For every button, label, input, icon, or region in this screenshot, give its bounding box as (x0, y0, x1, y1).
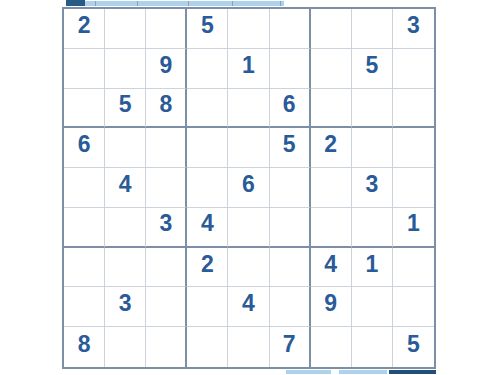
partial-row-below-light-segment (286, 370, 331, 374)
cell-r4c7[interactable]: 2 (311, 128, 352, 168)
cell-r8c5[interactable]: 4 (228, 287, 269, 327)
cell-r4c2[interactable] (105, 128, 146, 168)
cell-r7c7[interactable]: 4 (311, 248, 352, 288)
partial-row-below-dark-segment (389, 370, 436, 374)
cell-r6c1[interactable] (64, 208, 105, 248)
cell-r9c4[interactable] (187, 327, 228, 367)
cell-r5c6[interactable] (270, 168, 311, 208)
cell-r2c6[interactable] (270, 49, 311, 89)
partial-row-above-dark-segment (66, 0, 85, 6)
cell-r5c3[interactable] (146, 168, 187, 208)
cell-r6c5[interactable] (228, 208, 269, 248)
cell-r1c2[interactable] (105, 9, 146, 49)
cell-r8c3[interactable] (146, 287, 187, 327)
cell-r3c4[interactable] (187, 89, 228, 129)
cell-r8c7[interactable]: 9 (311, 287, 352, 327)
cell-r2c8[interactable]: 5 (352, 49, 393, 89)
cell-r2c1[interactable] (64, 49, 105, 89)
cell-r4c9[interactable] (393, 128, 434, 168)
cell-r1c8[interactable] (352, 9, 393, 49)
cell-r8c1[interactable] (64, 287, 105, 327)
cell-r4c5[interactable] (228, 128, 269, 168)
partial-cell-separator (137, 1, 138, 6)
cell-r2c4[interactable] (187, 49, 228, 89)
cell-r3c7[interactable] (311, 89, 352, 129)
cell-r6c9[interactable]: 1 (393, 208, 434, 248)
cell-r7c9[interactable] (393, 248, 434, 288)
cell-r1c1[interactable]: 2 (64, 9, 105, 49)
cell-r7c1[interactable] (64, 248, 105, 288)
cell-r1c7[interactable] (311, 9, 352, 49)
cell-r5c2[interactable]: 4 (105, 168, 146, 208)
cell-r3c6[interactable]: 6 (270, 89, 311, 129)
cell-r9c2[interactable] (105, 327, 146, 367)
cell-r4c3[interactable] (146, 128, 187, 168)
partial-row-below-light-segment (339, 370, 387, 374)
cell-r1c3[interactable] (146, 9, 187, 49)
cell-r2c7[interactable] (311, 49, 352, 89)
cell-r5c4[interactable] (187, 168, 228, 208)
cell-r2c3[interactable]: 9 (146, 49, 187, 89)
cell-r4c6[interactable]: 5 (270, 128, 311, 168)
cell-r8c6[interactable] (270, 287, 311, 327)
cell-r9c5[interactable] (228, 327, 269, 367)
cell-r8c2[interactable]: 3 (105, 287, 146, 327)
cell-r5c9[interactable] (393, 168, 434, 208)
cell-r6c2[interactable] (105, 208, 146, 248)
cell-r7c3[interactable] (146, 248, 187, 288)
cell-r6c8[interactable] (352, 208, 393, 248)
cell-r9c3[interactable] (146, 327, 187, 367)
cell-r5c7[interactable] (311, 168, 352, 208)
cell-r4c4[interactable] (187, 128, 228, 168)
cell-r4c1[interactable]: 6 (64, 128, 105, 168)
cell-r9c1[interactable]: 8 (64, 327, 105, 367)
page: 253915586652463341241349875 (0, 0, 500, 375)
cell-r5c1[interactable] (64, 168, 105, 208)
cell-r8c4[interactable] (187, 287, 228, 327)
cell-r2c9[interactable] (393, 49, 434, 89)
cell-r6c3[interactable]: 3 (146, 208, 187, 248)
cell-r3c5[interactable] (228, 89, 269, 129)
cell-r4c8[interactable] (352, 128, 393, 168)
cell-r9c6[interactable]: 7 (270, 327, 311, 367)
cell-r3c8[interactable] (352, 89, 393, 129)
cell-r9c7[interactable] (311, 327, 352, 367)
cell-r6c4[interactable]: 4 (187, 208, 228, 248)
cell-r3c2[interactable]: 5 (105, 89, 146, 129)
partial-cell-separator (280, 1, 281, 6)
cell-r1c9[interactable]: 3 (393, 9, 434, 49)
partial-cell-separator (232, 1, 233, 6)
cell-r1c4[interactable]: 5 (187, 9, 228, 49)
cell-r7c6[interactable] (270, 248, 311, 288)
cell-r1c6[interactable] (270, 9, 311, 49)
cell-r9c9[interactable]: 5 (393, 327, 434, 367)
sudoku-board: 253915586652463341241349875 (62, 7, 436, 369)
cell-r2c2[interactable] (105, 49, 146, 89)
partial-cell-separator (188, 1, 189, 6)
cell-r2c5[interactable]: 1 (228, 49, 269, 89)
partial-cell-separator (95, 1, 96, 6)
cell-r8c9[interactable] (393, 287, 434, 327)
cell-r3c1[interactable] (64, 89, 105, 129)
cell-r5c5[interactable]: 6 (228, 168, 269, 208)
cell-r7c8[interactable]: 1 (352, 248, 393, 288)
cell-r6c6[interactable] (270, 208, 311, 248)
cell-r5c8[interactable]: 3 (352, 168, 393, 208)
cell-r6c7[interactable] (311, 208, 352, 248)
cell-r3c9[interactable] (393, 89, 434, 129)
cell-r8c8[interactable] (352, 287, 393, 327)
cell-r7c4[interactable]: 2 (187, 248, 228, 288)
cell-r3c3[interactable]: 8 (146, 89, 187, 129)
cell-r9c8[interactable] (352, 327, 393, 367)
partial-row-above-light-segment (85, 1, 284, 6)
cell-r7c5[interactable] (228, 248, 269, 288)
cell-r7c2[interactable] (105, 248, 146, 288)
cell-r1c5[interactable] (228, 9, 269, 49)
